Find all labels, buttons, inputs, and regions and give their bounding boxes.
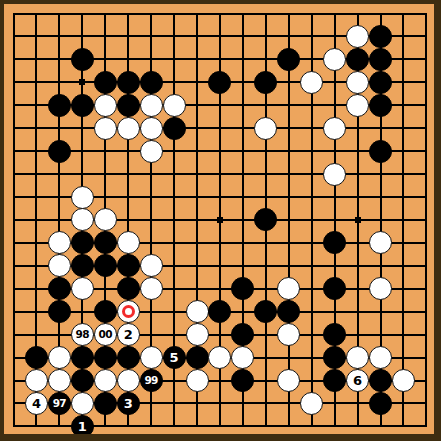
white-stone-15-16[interactable]: 6 (346, 369, 369, 392)
white-stone-3-8[interactable] (71, 186, 94, 209)
black-stone-16-17[interactable] (369, 392, 392, 415)
black-stone-16-16[interactable] (369, 369, 392, 392)
white-stone-5-14[interactable]: 2 (117, 323, 140, 346)
white-stone-4-16[interactable] (94, 369, 117, 392)
black-stone-7-15[interactable]: 5 (163, 346, 186, 369)
white-stone-6-15[interactable] (140, 346, 163, 369)
black-stone-3-4[interactable] (71, 94, 94, 117)
white-stone-3-14[interactable]: 98 (71, 323, 94, 346)
black-stone-3-15[interactable] (71, 346, 94, 369)
white-stone-14-5[interactable] (323, 117, 346, 140)
white-stone-3-17[interactable] (71, 392, 94, 415)
black-stone-3-16[interactable] (71, 369, 94, 392)
black-stone-4-10[interactable] (94, 231, 117, 254)
white-stone-8-14[interactable] (186, 323, 209, 346)
black-stone-2-12[interactable] (48, 277, 71, 300)
black-stone-2-17[interactable]: 97 (48, 392, 71, 415)
white-stone-3-9[interactable] (71, 208, 94, 231)
white-stone-8-13[interactable] (186, 300, 209, 323)
black-stone-5-11[interactable] (117, 254, 140, 277)
move-number-label: 98 (76, 329, 89, 340)
white-stone-13-3[interactable] (300, 71, 323, 94)
black-stone-8-15[interactable] (186, 346, 209, 369)
black-stone-15-2[interactable] (346, 48, 369, 71)
go-board[interactable]: 98002599649731 (0, 0, 441, 441)
black-stone-2-6[interactable] (48, 140, 71, 163)
white-stone-16-10[interactable] (369, 231, 392, 254)
black-stone-3-10[interactable] (71, 231, 94, 254)
black-stone-5-17[interactable]: 3 (117, 392, 140, 415)
white-stone-2-11[interactable] (48, 254, 71, 277)
white-stone-17-16[interactable] (392, 369, 415, 392)
white-stone-12-14[interactable] (277, 323, 300, 346)
white-stone-13-17[interactable] (300, 392, 323, 415)
white-stone-5-13[interactable] (117, 300, 140, 323)
white-stone-5-16[interactable] (117, 369, 140, 392)
white-stone-12-12[interactable] (277, 277, 300, 300)
grid-line (402, 13, 404, 428)
star-point (79, 79, 85, 85)
white-stone-15-4[interactable] (346, 94, 369, 117)
black-stone-12-2[interactable] (277, 48, 300, 71)
white-stone-4-14[interactable]: 00 (94, 323, 117, 346)
move-number-label: 2 (124, 328, 133, 341)
star-point (355, 217, 361, 223)
white-stone-4-5[interactable] (94, 117, 117, 140)
white-stone-2-10[interactable] (48, 231, 71, 254)
white-stone-6-5[interactable] (140, 117, 163, 140)
black-stone-5-4[interactable] (117, 94, 140, 117)
grid-line (425, 13, 427, 428)
black-stone-5-3[interactable] (117, 71, 140, 94)
black-stone-10-12[interactable] (231, 277, 254, 300)
black-stone-11-13[interactable] (254, 300, 277, 323)
black-stone-4-3[interactable] (94, 71, 117, 94)
black-stone-16-3[interactable] (369, 71, 392, 94)
white-stone-14-7[interactable] (323, 163, 346, 186)
white-stone-6-11[interactable] (140, 254, 163, 277)
red-circle-marker (122, 305, 135, 318)
white-stone-16-12[interactable] (369, 277, 392, 300)
white-stone-15-15[interactable] (346, 346, 369, 369)
black-stone-14-16[interactable] (323, 369, 346, 392)
black-stone-3-18[interactable]: 1 (71, 415, 94, 438)
black-stone-6-16[interactable]: 99 (140, 369, 163, 392)
move-number-label: 00 (99, 329, 112, 340)
black-stone-16-6[interactable] (369, 140, 392, 163)
white-stone-12-16[interactable] (277, 369, 300, 392)
black-stone-14-10[interactable] (323, 231, 346, 254)
black-stone-16-1[interactable] (369, 25, 392, 48)
go-diagram: 98002599649731 (0, 0, 441, 441)
move-number-label: 4 (32, 397, 41, 410)
black-stone-1-15[interactable] (25, 346, 48, 369)
black-stone-5-12[interactable] (117, 277, 140, 300)
white-stone-4-9[interactable] (94, 208, 117, 231)
white-stone-6-4[interactable] (140, 94, 163, 117)
white-stone-7-4[interactable] (163, 94, 186, 117)
white-stone-5-5[interactable] (117, 117, 140, 140)
white-stone-11-5[interactable] (254, 117, 277, 140)
black-stone-5-15[interactable] (117, 346, 140, 369)
black-stone-4-15[interactable] (94, 346, 117, 369)
black-stone-12-13[interactable] (277, 300, 300, 323)
move-number-label: 3 (124, 397, 133, 410)
black-stone-4-11[interactable] (94, 254, 117, 277)
move-number-label: 6 (353, 374, 362, 387)
black-stone-10-14[interactable] (231, 323, 254, 346)
move-number-label: 1 (78, 420, 87, 433)
white-stone-5-10[interactable] (117, 231, 140, 254)
move-number-label: 97 (53, 398, 66, 409)
white-stone-16-15[interactable] (369, 346, 392, 369)
star-point (217, 217, 223, 223)
black-stone-4-17[interactable] (94, 392, 117, 415)
black-stone-16-2[interactable] (369, 48, 392, 71)
black-stone-7-5[interactable] (163, 117, 186, 140)
black-stone-11-9[interactable] (254, 208, 277, 231)
black-stone-6-3[interactable] (140, 71, 163, 94)
white-stone-1-16[interactable] (25, 369, 48, 392)
white-stone-10-15[interactable] (231, 346, 254, 369)
black-stone-3-2[interactable] (71, 48, 94, 71)
black-stone-9-13[interactable] (208, 300, 231, 323)
black-stone-3-11[interactable] (71, 254, 94, 277)
grid-line (288, 13, 290, 428)
white-stone-2-16[interactable] (48, 369, 71, 392)
black-stone-11-3[interactable] (254, 71, 277, 94)
move-number-label: 99 (144, 375, 157, 386)
black-stone-2-4[interactable] (48, 94, 71, 117)
white-stone-6-12[interactable] (140, 277, 163, 300)
white-stone-15-3[interactable] (346, 71, 369, 94)
black-stone-10-16[interactable] (231, 369, 254, 392)
white-stone-9-15[interactable] (208, 346, 231, 369)
black-stone-14-15[interactable] (323, 346, 346, 369)
white-stone-3-12[interactable] (71, 277, 94, 300)
black-stone-2-13[interactable] (48, 300, 71, 323)
black-stone-16-4[interactable] (369, 94, 392, 117)
white-stone-14-2[interactable] (323, 48, 346, 71)
white-stone-6-6[interactable] (140, 140, 163, 163)
white-stone-8-16[interactable] (186, 369, 209, 392)
black-stone-4-13[interactable] (94, 300, 117, 323)
black-stone-9-3[interactable] (208, 71, 231, 94)
black-stone-14-14[interactable] (323, 323, 346, 346)
white-stone-1-17[interactable]: 4 (25, 392, 48, 415)
white-stone-15-1[interactable] (346, 25, 369, 48)
black-stone-14-12[interactable] (323, 277, 346, 300)
move-number-label: 5 (170, 351, 179, 364)
white-stone-2-15[interactable] (48, 346, 71, 369)
white-stone-4-4[interactable] (94, 94, 117, 117)
